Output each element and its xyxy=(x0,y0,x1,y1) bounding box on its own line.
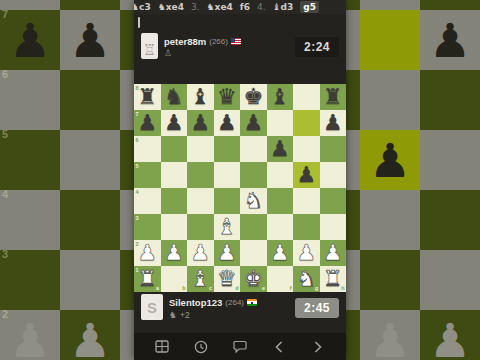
square-f5[interactable] xyxy=(267,162,294,188)
square-a4: 4 xyxy=(0,190,60,250)
piece-white-pawn: ♟ xyxy=(60,310,120,360)
background-rank-coordinate: 4 xyxy=(2,191,8,197)
india-flag-icon xyxy=(247,299,257,306)
square-g4 xyxy=(360,190,420,250)
previous-move-icon[interactable] xyxy=(272,339,287,354)
square-e3[interactable] xyxy=(240,214,267,240)
square-c7[interactable]: ♟ xyxy=(187,110,214,136)
material-advantage: +2 xyxy=(180,310,190,320)
square-h5[interactable] xyxy=(320,162,347,188)
us-flag-icon xyxy=(231,38,241,45)
square-d2[interactable]: ♟ xyxy=(214,240,241,266)
square-h8[interactable]: ♜ xyxy=(320,84,347,110)
square-e2[interactable] xyxy=(240,240,267,266)
piece-black-pawn[interactable]: ♟ xyxy=(320,110,347,136)
piece-black-rook[interactable]: ♜ xyxy=(320,84,347,110)
piece-white-pawn[interactable]: ♟ xyxy=(187,240,214,266)
square-c2[interactable]: ♟ xyxy=(187,240,214,266)
background-rank-coordinate: 2 xyxy=(2,311,8,317)
square-b6 xyxy=(60,70,120,130)
rank-coordinate: 8 xyxy=(136,85,139,91)
square-h6 xyxy=(420,70,480,130)
square-h4[interactable] xyxy=(320,188,347,214)
clock-icon[interactable] xyxy=(193,339,208,354)
board-menu-icon[interactable] xyxy=(154,339,169,354)
square-e4[interactable]: ♞ xyxy=(240,188,267,214)
top-player-rating: (266) xyxy=(209,37,228,46)
square-g4[interactable] xyxy=(293,188,320,214)
piece-white-bishop[interactable]: ♝ xyxy=(214,214,241,240)
next-move-icon[interactable] xyxy=(311,339,326,354)
square-c6[interactable] xyxy=(187,136,214,162)
top-player-name: peter88m xyxy=(164,36,206,47)
square-h4 xyxy=(420,190,480,250)
file-coordinate: g xyxy=(315,285,318,291)
square-a4[interactable]: 4 xyxy=(134,188,161,214)
game-toolbar xyxy=(134,333,346,360)
square-b2: ♟ xyxy=(60,310,120,360)
piece-black-bishop[interactable]: ♝ xyxy=(267,84,294,110)
move-token[interactable]: ♞xe4 xyxy=(158,1,184,13)
bottom-player-rating: (264) xyxy=(225,298,244,307)
phone-screenshot: ♞c3♞xe43.♞xe4f64.♝d3g5 ♖ peter88m (266) … xyxy=(134,0,346,360)
move-token[interactable]: f6 xyxy=(240,1,250,13)
square-h3[interactable] xyxy=(320,214,347,240)
square-h5 xyxy=(420,130,480,190)
square-e6[interactable] xyxy=(240,136,267,162)
file-coordinate: a xyxy=(156,285,159,291)
square-e1[interactable]: ♚e xyxy=(240,266,267,292)
square-f1[interactable]: f xyxy=(267,266,294,292)
square-f4[interactable] xyxy=(267,188,294,214)
square-a2: ♟2 xyxy=(0,310,60,360)
bottom-player-name: Silentop123 xyxy=(169,297,222,308)
file-coordinate: f xyxy=(290,285,292,291)
square-c5[interactable] xyxy=(187,162,214,188)
file-coordinate: e xyxy=(262,285,265,291)
square-b4 xyxy=(60,190,120,250)
square-a3: 3 xyxy=(0,250,60,310)
rank-coordinate: 7 xyxy=(136,111,139,117)
background-rank-coordinate: 7 xyxy=(2,11,8,17)
square-a2[interactable]: ♟2 xyxy=(134,240,161,266)
piece-black-bishop[interactable]: ♝ xyxy=(187,84,214,110)
piece-white-knight[interactable]: ♞ xyxy=(240,188,267,214)
square-g3 xyxy=(360,250,420,310)
piece-black-king[interactable]: ♚ xyxy=(240,84,267,110)
square-a3[interactable]: 3 xyxy=(134,214,161,240)
square-d4[interactable] xyxy=(214,188,241,214)
piece-white-pawn: ♟ xyxy=(420,310,480,360)
piece-black-pawn[interactable]: ♟ xyxy=(240,110,267,136)
square-a7[interactable]: ♟7 xyxy=(134,110,161,136)
move-token[interactable]: g5 xyxy=(300,1,319,13)
file-coordinate: c xyxy=(209,285,212,291)
square-g6 xyxy=(360,70,420,130)
bottom-player-avatar[interactable]: S xyxy=(141,294,163,320)
square-a8[interactable]: ♜8 xyxy=(134,84,161,110)
bottom-player-clock: 2:45 xyxy=(295,298,339,318)
piece-white-pawn[interactable]: ♟ xyxy=(293,240,320,266)
square-c4[interactable] xyxy=(187,188,214,214)
square-h7: ♟ xyxy=(420,10,480,70)
square-a1[interactable]: ♜1a xyxy=(134,266,161,292)
square-h2: ♟ xyxy=(420,310,480,360)
piece-white-pawn[interactable]: ♟ xyxy=(320,240,347,266)
square-g2[interactable]: ♟ xyxy=(293,240,320,266)
square-f7[interactable] xyxy=(267,110,294,136)
piece-black-knight[interactable]: ♞ xyxy=(161,84,188,110)
square-f3[interactable] xyxy=(267,214,294,240)
piece-black-pawn[interactable]: ♟ xyxy=(214,110,241,136)
piece-white-pawn[interactable]: ♟ xyxy=(214,240,241,266)
piece-white-pawn[interactable]: ♟ xyxy=(267,240,294,266)
square-h3 xyxy=(420,250,480,310)
piece-black-pawn: ♟ xyxy=(360,130,420,192)
square-d5[interactable] xyxy=(214,162,241,188)
rank-coordinate: 1 xyxy=(136,267,139,273)
piece-white-pawn: ♟ xyxy=(0,310,60,360)
file-coordinate: h xyxy=(341,285,344,291)
square-g7 xyxy=(360,10,420,70)
square-b6[interactable] xyxy=(161,136,188,162)
rank-coordinate: 4 xyxy=(136,189,139,195)
square-b7[interactable]: ♟ xyxy=(161,110,188,136)
square-g8[interactable] xyxy=(293,84,320,110)
square-f6[interactable]: ♟ xyxy=(267,136,294,162)
move-token[interactable]: ♞c3 xyxy=(134,1,151,13)
piece-black-pawn: ♟ xyxy=(60,10,120,72)
move-list-scroll-indicator xyxy=(138,17,140,28)
piece-black-pawn: ♟ xyxy=(420,10,480,72)
square-c8[interactable]: ♝ xyxy=(187,84,214,110)
square-h8: ♜ xyxy=(420,0,480,10)
piece-black-pawn[interactable]: ♟ xyxy=(187,110,214,136)
square-d7[interactable]: ♟ xyxy=(214,110,241,136)
file-coordinate: b xyxy=(182,285,185,291)
background-rank-coordinate: 3 xyxy=(2,251,8,257)
piece-white-pawn[interactable]: ♟ xyxy=(161,240,188,266)
square-b3[interactable] xyxy=(161,214,188,240)
square-b8[interactable]: ♞ xyxy=(161,84,188,110)
square-a5[interactable]: 5 xyxy=(134,162,161,188)
move-token[interactable]: ♝d3 xyxy=(273,1,294,13)
square-d8[interactable]: ♛ xyxy=(214,84,241,110)
square-g7[interactable] xyxy=(293,110,320,136)
square-g3[interactable] xyxy=(293,214,320,240)
square-h2[interactable]: ♟ xyxy=(320,240,347,266)
file-coordinate: d xyxy=(235,285,238,291)
piece-black-queen[interactable]: ♛ xyxy=(214,84,241,110)
square-g1[interactable]: ♞g xyxy=(293,266,320,292)
square-b7: ♟ xyxy=(60,10,120,70)
square-a8: ♜ xyxy=(0,0,60,10)
square-b8: ♞ xyxy=(60,0,120,10)
piece-black-pawn[interactable]: ♟ xyxy=(293,162,320,188)
square-g8 xyxy=(360,0,420,10)
square-h6[interactable] xyxy=(320,136,347,162)
square-b5[interactable] xyxy=(161,162,188,188)
chess-board[interactable]: ♜8♞♝♛♚♝♜♟7♟♟♟♟♟6♟5♟4♞3♝♟2♟♟♟♟♟♟♜1ab♝c♛d♚… xyxy=(134,84,346,292)
square-a5: 5 xyxy=(0,130,60,190)
square-g5: ♟ xyxy=(360,130,420,190)
move-list-bar[interactable]: ♞c3♞xe43.♞xe4f64.♝d3g5 xyxy=(134,0,346,14)
top-player-avatar[interactable]: ♖ xyxy=(141,33,158,59)
rank-coordinate: 2 xyxy=(136,241,139,247)
piece-white-pawn: ♟ xyxy=(360,310,420,360)
piece-black-pawn: ♟ xyxy=(0,10,60,72)
rank-coordinate: 5 xyxy=(136,163,139,169)
square-e7[interactable]: ♟ xyxy=(240,110,267,136)
bottom-captured-pieces: ♞ xyxy=(169,311,177,320)
square-f2[interactable]: ♟ xyxy=(267,240,294,266)
square-d6[interactable] xyxy=(214,136,241,162)
square-h1[interactable]: ♜h xyxy=(320,266,347,292)
square-c1[interactable]: ♝c xyxy=(187,266,214,292)
move-token[interactable]: ♞xe4 xyxy=(207,1,233,13)
top-player-row: ♖ peter88m (266) ♙ 2:24 xyxy=(134,33,346,67)
square-b5 xyxy=(60,130,120,190)
square-a7: ♟7 xyxy=(0,10,60,70)
square-c3[interactable] xyxy=(187,214,214,240)
chat-icon[interactable] xyxy=(232,339,247,354)
piece-black-pawn[interactable]: ♟ xyxy=(161,110,188,136)
top-player-clock: 2:24 xyxy=(295,37,339,57)
square-a6[interactable]: 6 xyxy=(134,136,161,162)
square-b4[interactable] xyxy=(161,188,188,214)
square-a6: 6 xyxy=(0,70,60,130)
square-e8[interactable]: ♚ xyxy=(240,84,267,110)
square-f8[interactable]: ♝ xyxy=(267,84,294,110)
square-d1[interactable]: ♛d xyxy=(214,266,241,292)
bottom-player-row: S Silentop123 (264) ♞ +2 2:45 xyxy=(134,294,346,330)
rank-coordinate: 6 xyxy=(136,137,139,143)
square-b1[interactable]: b xyxy=(161,266,188,292)
square-d3[interactable]: ♝ xyxy=(214,214,241,240)
square-g5[interactable]: ♟ xyxy=(293,162,320,188)
rank-coordinate: 3 xyxy=(136,215,139,221)
background-rank-coordinate: 5 xyxy=(2,131,8,137)
piece-black-pawn[interactable]: ♟ xyxy=(267,136,294,162)
move-number: 3. xyxy=(191,1,200,13)
top-captured-pieces: ♙ xyxy=(164,49,172,58)
square-g2: ♟ xyxy=(360,310,420,360)
square-e5[interactable] xyxy=(240,162,267,188)
square-b2[interactable]: ♟ xyxy=(161,240,188,266)
background-rank-coordinate: 6 xyxy=(2,71,8,77)
square-g6[interactable] xyxy=(293,136,320,162)
square-b3 xyxy=(60,250,120,310)
screenshot-stage: ♜♞♝♛♚♝♜♟7♟♟♟♟♟6♟5♟4♞3♝♟2♟♟♟♟♟♟♜1♝♛♚♞♜ ♞c… xyxy=(0,0,480,360)
move-number: 4. xyxy=(257,1,266,13)
square-h7[interactable]: ♟ xyxy=(320,110,347,136)
